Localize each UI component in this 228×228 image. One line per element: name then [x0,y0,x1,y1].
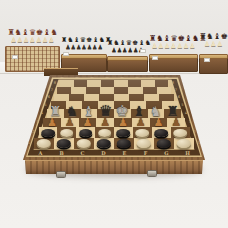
file-letter-e: E [114,150,135,156]
rank-label-right-8: 8 [172,81,174,85]
rank-label-right-7: 7 [175,88,177,92]
dark-checker [79,129,93,137]
set-front-row: ♟♟♟♟♟♟♟ [5,37,60,44]
ornate-carved-set: ♜♞♝♛♚♝♞♟♟♟♟♟♟♟ [5,29,60,72]
silver-pawn: ♟ [153,117,163,128]
far-border-letters [54,76,174,78]
price-tag-3 [140,49,146,53]
set-front-row: ♟♟♟♟♟♟♟ [149,43,198,50]
light-checker [37,139,51,148]
set-front-row: ♟♟♟♟♟♟♟ [61,44,107,50]
black-pawn: ♟ [136,117,146,128]
silver-pawn: ♟ [47,117,57,128]
price-tag-2 [63,52,69,56]
rank-label-right-3: 3 [189,120,191,124]
file-letters: ABCDEFGH [30,150,198,156]
dark-checker [41,129,55,137]
file-letter-d: D [93,150,114,156]
price-tag-5 [204,58,210,62]
main-board: ♜♞♝♛♚♝♞♜♟♟♟♟♟♟♟♟ ABCDEFGH 88776655443322… [23,75,205,181]
light-checker [98,129,112,137]
file-letter-h: H [177,150,198,156]
hinge-foot-left [56,171,66,178]
light-checker [60,129,74,137]
rank-label-left-7: 7 [51,88,53,92]
file-letter-g: G [156,150,177,156]
rank-label-right-4: 4 [185,111,187,115]
light-checker [177,139,191,148]
dark-checker [97,139,111,148]
set-board-top [107,56,148,61]
rank-label-left-3: 3 [37,120,39,124]
rank-label-left-1: 1 [28,141,30,145]
price-tag-1 [12,55,18,59]
set-front-row: ♟♟♟ [199,41,228,48]
rank-label-right-6: 6 [178,95,180,99]
dark-checker [157,139,171,148]
rank-label-right-1: 1 [198,141,200,145]
light-checker [77,139,91,148]
rank-label-left-6: 6 [48,95,50,99]
silver-pawn: ♟ [118,117,128,128]
file-letter-a: A [30,150,51,156]
rank-label-right-5: 5 [181,103,183,107]
rank-label-left-4: 4 [41,111,43,115]
mahogany-and-cream-set: ♜♞♝♛♚♝♞♜♟♟♟♟♟♟♟ [149,35,198,72]
silver-pawn: ♟ [82,117,92,128]
photo-canvas: ♜♞♝♛♚♝♞♟♟♟♟♟♟♟♜♞♝♛♚♝♞♜♟♟♟♟♟♟♟♜♞♝♛♚♝♞♟♟♟♟… [0,0,228,228]
walnut-set-black-pieces-2: ♜♞♝♛♚♝♞♟♟♟♟♟♟ [107,40,148,72]
hinge-foot-right [147,170,157,177]
file-letter-c: C [72,150,93,156]
dark-checker [154,129,168,137]
right-edge-set-partial: ♜♞♝♚♟♟♟ [199,33,228,74]
board-front-edge [24,160,204,174]
dark-checker [117,139,131,148]
price-tag-4 [152,56,158,60]
dark-checker [57,139,71,148]
rank-label-right-2: 2 [193,130,195,134]
dark-checker [117,129,131,137]
light-checker [173,129,187,137]
background-chess-sets: ♜♞♝♛♚♝♞♟♟♟♟♟♟♟♜♞♝♛♚♝♞♜♟♟♟♟♟♟♟♜♞♝♛♚♝♞♟♟♟♟… [0,0,228,80]
black-pawn: ♟ [65,117,75,128]
rank-label-left-5: 5 [44,103,46,107]
black-pawn: ♟ [100,117,110,128]
file-letter-b: B [51,150,72,156]
light-checker [137,139,151,148]
file-letter-f: F [135,150,156,156]
rank-label-left-2: 2 [32,130,34,134]
black-pawn: ♟ [171,117,181,128]
light-checker [136,129,150,137]
rank-label-left-8: 8 [54,81,56,85]
